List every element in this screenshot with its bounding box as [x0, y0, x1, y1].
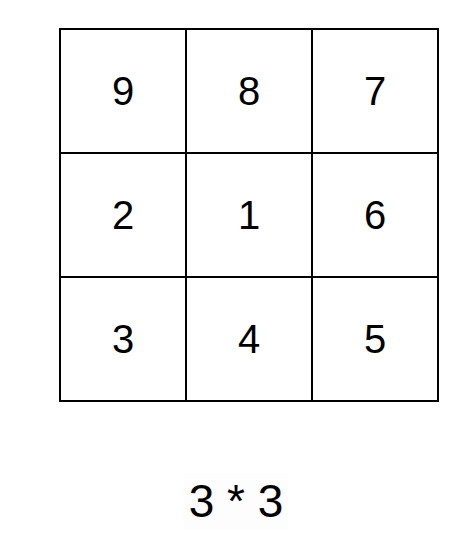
grid-cell-r2c1: 4: [187, 278, 311, 400]
grid-cell-r1c2: 6: [313, 154, 437, 276]
grid-cell-r2c2: 5: [313, 278, 437, 400]
grid-size-caption: 3 * 3: [0, 478, 472, 524]
grid-cell-r0c2: 7: [313, 30, 437, 152]
grid-cell-r2c0: 3: [61, 278, 185, 400]
grid-size-caption-text: 3 * 3: [183, 473, 290, 529]
grid-cell-r0c0: 9: [61, 30, 185, 152]
number-grid-board: 9 8 7 2 1 6 3 4 5: [59, 28, 439, 402]
grid-cell-r1c1: 1: [187, 154, 311, 276]
page: 9 8 7 2 1 6 3 4 5 3 * 3: [0, 0, 472, 549]
grid-cell-r0c1: 8: [187, 30, 311, 152]
grid-cell-r1c0: 2: [61, 154, 185, 276]
